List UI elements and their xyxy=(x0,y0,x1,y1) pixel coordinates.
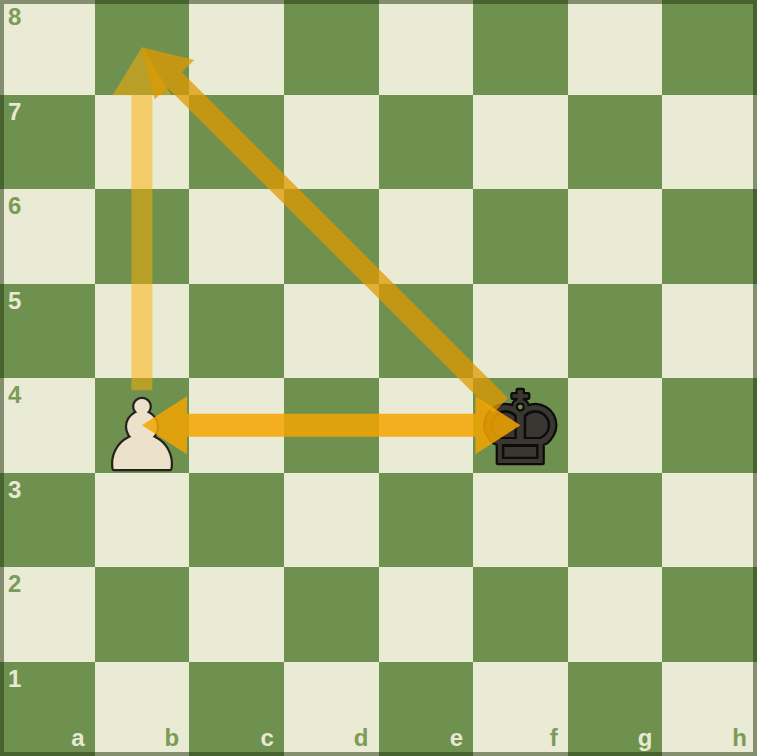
square-d1[interactable]: d xyxy=(284,662,379,756)
square-d7[interactable] xyxy=(284,95,379,190)
square-h6[interactable] xyxy=(662,189,757,284)
square-a4[interactable]: 4 xyxy=(0,378,95,473)
square-c1[interactable]: c xyxy=(189,662,284,756)
file-label-g: g xyxy=(638,726,653,750)
square-c2[interactable] xyxy=(189,567,284,662)
square-e5[interactable] xyxy=(379,284,474,379)
square-g5[interactable] xyxy=(568,284,663,379)
file-label-h: h xyxy=(732,726,747,750)
file-label-b: b xyxy=(165,726,180,750)
square-f1[interactable]: f xyxy=(473,662,568,756)
square-d2[interactable] xyxy=(284,567,379,662)
square-h3[interactable] xyxy=(662,473,757,568)
square-g7[interactable] xyxy=(568,95,663,190)
file-label-d: d xyxy=(354,726,369,750)
square-f2[interactable] xyxy=(473,567,568,662)
square-c5[interactable] xyxy=(189,284,284,379)
square-b5[interactable] xyxy=(95,284,190,379)
file-label-f: f xyxy=(550,726,558,750)
square-a5[interactable]: 5 xyxy=(0,284,95,379)
square-a7[interactable]: 7 xyxy=(0,95,95,190)
square-e6[interactable] xyxy=(379,189,474,284)
chess-board: 87654321abcdefgh ♟♚ xyxy=(0,0,757,756)
square-h2[interactable] xyxy=(662,567,757,662)
square-d6[interactable] xyxy=(284,189,379,284)
square-h1[interactable]: h xyxy=(662,662,757,756)
square-b1[interactable]: b xyxy=(95,662,190,756)
rank-label-1: 1 xyxy=(8,667,21,691)
rank-label-5: 5 xyxy=(8,289,21,313)
square-b7[interactable] xyxy=(95,95,190,190)
square-e2[interactable] xyxy=(379,567,474,662)
square-f6[interactable] xyxy=(473,189,568,284)
square-c4[interactable] xyxy=(189,378,284,473)
square-h5[interactable] xyxy=(662,284,757,379)
white-pawn[interactable]: ♟ xyxy=(99,380,185,492)
file-label-c: c xyxy=(261,726,274,750)
square-f7[interactable] xyxy=(473,95,568,190)
square-g1[interactable]: g xyxy=(568,662,663,756)
square-d4[interactable] xyxy=(284,378,379,473)
square-e8[interactable] xyxy=(379,0,474,95)
square-g3[interactable] xyxy=(568,473,663,568)
square-b6[interactable] xyxy=(95,189,190,284)
square-a2[interactable]: 2 xyxy=(0,567,95,662)
square-e4[interactable] xyxy=(379,378,474,473)
black-king[interactable]: ♚ xyxy=(476,370,566,487)
square-c3[interactable] xyxy=(189,473,284,568)
square-b2[interactable] xyxy=(95,567,190,662)
square-d8[interactable] xyxy=(284,0,379,95)
rank-label-3: 3 xyxy=(8,478,21,502)
square-g8[interactable] xyxy=(568,0,663,95)
square-c7[interactable] xyxy=(189,95,284,190)
square-g2[interactable] xyxy=(568,567,663,662)
board-squares: 87654321abcdefgh xyxy=(0,0,757,756)
rank-label-4: 4 xyxy=(8,383,21,407)
square-a8[interactable]: 8 xyxy=(0,0,95,95)
square-h8[interactable] xyxy=(662,0,757,95)
square-f8[interactable] xyxy=(473,0,568,95)
file-label-a: a xyxy=(71,726,84,750)
square-e1[interactable]: e xyxy=(379,662,474,756)
square-a6[interactable]: 6 xyxy=(0,189,95,284)
square-h7[interactable] xyxy=(662,95,757,190)
square-d5[interactable] xyxy=(284,284,379,379)
square-a1[interactable]: 1a xyxy=(0,662,95,756)
rank-label-7: 7 xyxy=(8,100,21,124)
file-label-e: e xyxy=(450,726,463,750)
rank-label-6: 6 xyxy=(8,194,21,218)
square-b8[interactable] xyxy=(95,0,190,95)
square-e7[interactable] xyxy=(379,95,474,190)
square-f5[interactable] xyxy=(473,284,568,379)
square-c8[interactable] xyxy=(189,0,284,95)
square-e3[interactable] xyxy=(379,473,474,568)
square-h4[interactable] xyxy=(662,378,757,473)
square-g6[interactable] xyxy=(568,189,663,284)
square-g4[interactable] xyxy=(568,378,663,473)
rank-label-2: 2 xyxy=(8,572,21,596)
rank-label-8: 8 xyxy=(8,5,21,29)
square-d3[interactable] xyxy=(284,473,379,568)
square-c6[interactable] xyxy=(189,189,284,284)
square-a3[interactable]: 3 xyxy=(0,473,95,568)
